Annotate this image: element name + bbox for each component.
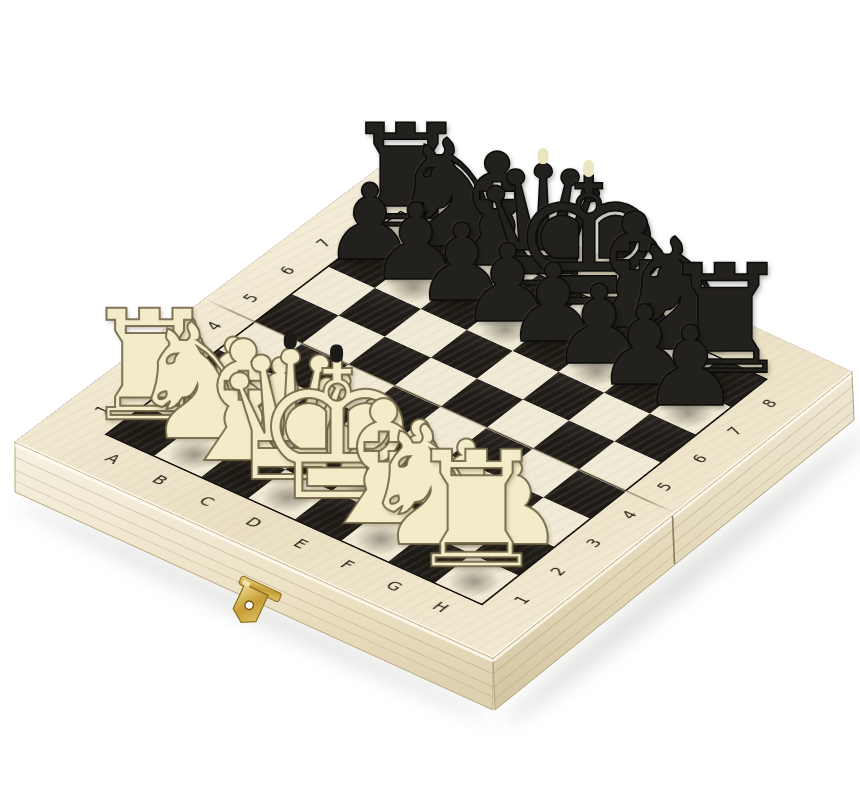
white-rook: ♜ [405,431,549,592]
chess-set-photo: ABCDEFGH1122334455667788 ♜♞♝♛♚♝♞♜♟♟♟♟♟♟♟… [0,0,860,791]
pieces-layer: ♜♞♝♛♚♝♞♜♟♟♟♟♟♟♟♟♟♟♟♟♟♟♟♟♜♞♝♛♚♝♞♜ [0,0,860,791]
black-pawn: ♟ [640,311,740,422]
king-finial [583,160,595,177]
king-finial [331,344,344,362]
